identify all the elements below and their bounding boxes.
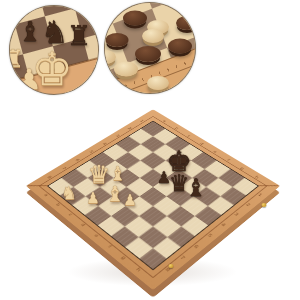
white-bishop-piece: ♝	[109, 164, 126, 183]
product-photo: ♝♞♜♜♚♟ abcdefgh abcdefgh 12345678 123456…	[0, 0, 300, 300]
white-knight-piece: ♞	[61, 184, 77, 202]
dark-checker-disc	[168, 39, 192, 54]
brass-hinge	[262, 203, 267, 207]
inset-left-chess-closeup: ♝♞♜♜♚♟	[9, 5, 99, 95]
white-pawn-piece: ♟	[86, 191, 99, 206]
light-checker-disc	[114, 62, 138, 77]
white-pawn-piece: ♟	[123, 193, 136, 208]
dark-checker-disc	[123, 11, 147, 26]
dark-checker-disc	[135, 46, 161, 62]
black-bishop-piece: ♝	[185, 176, 207, 200]
white-bishop-piece: ♝	[106, 184, 125, 205]
light-checker-disc	[142, 29, 164, 43]
inset-right-checkers-closeup	[104, 2, 196, 94]
light-checker-disc	[147, 76, 169, 90]
dark-checker-disc	[106, 33, 129, 47]
brass-hinge	[169, 264, 174, 268]
